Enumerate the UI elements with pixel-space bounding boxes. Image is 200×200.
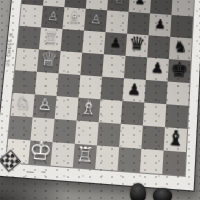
- square-f6: ♛: [126, 34, 149, 58]
- black-pawn-g5: ♟: [151, 61, 165, 76]
- square-d2: [75, 121, 99, 146]
- square-c7: ♗: [63, 7, 86, 30]
- square-a6: [17, 26, 41, 50]
- white-rook-b6: ♖: [43, 30, 58, 46]
- square-f4: ♟: [122, 78, 145, 102]
- white-pawn-d7: ♙: [90, 13, 102, 26]
- board-frame: US CHESS ® ♘♟♙♗♙♟♖♟♛♞♕♟♚♟♘♙♗♝♔♖: [0, 0, 200, 191]
- square-a7: [20, 4, 44, 27]
- square-e7: [106, 10, 129, 33]
- white-bishop-d3: ♗: [79, 98, 98, 119]
- black-pawn-e6: ♟: [109, 36, 122, 50]
- square-b3: ♙: [33, 94, 57, 119]
- square-b5: ♕: [37, 49, 61, 73]
- frame-printing-mark: [26, 171, 34, 173]
- square-b6: ♖: [39, 27, 63, 51]
- black-pawn-f4: ♟: [127, 81, 142, 97]
- square-h1: [162, 150, 186, 175]
- square-g2: [141, 126, 165, 151]
- captured-black-piece: [130, 183, 146, 200]
- square-f1: [118, 147, 142, 172]
- square-d3: ♗: [77, 98, 101, 123]
- square-g4: [144, 80, 167, 104]
- square-h2: ♝: [164, 127, 187, 152]
- black-pawn-f8: ♟: [134, 0, 145, 7]
- square-d5: [80, 53, 103, 77]
- square-h3: [165, 104, 188, 129]
- square-e5: [102, 54, 125, 78]
- square-h4: [166, 81, 189, 105]
- square-g1: [140, 149, 164, 174]
- square-b4: [35, 72, 59, 96]
- square-g3: [143, 103, 166, 128]
- square-g6: [147, 35, 170, 59]
- square-b2: [30, 117, 54, 142]
- square-e2: [97, 122, 121, 147]
- square-c4: [57, 73, 81, 97]
- square-c3: [55, 96, 79, 121]
- square-c6: [61, 29, 84, 53]
- square-b7: ♙: [41, 6, 64, 29]
- white-knight-e8: ♘: [112, 0, 125, 6]
- square-f5: [124, 56, 147, 80]
- square-d1: ♖: [73, 144, 97, 169]
- white-queen-b5: ♕: [39, 50, 58, 70]
- chess-board-grid: ♘♟♙♗♙♟♖♟♛♞♕♟♚♟♘♙♗♝♔♖: [6, 0, 194, 176]
- square-a2: [8, 116, 32, 141]
- square-f2: [119, 124, 143, 149]
- captured-black-piece: [153, 188, 172, 200]
- black-king-h5: ♚: [170, 59, 189, 80]
- square-c1: [51, 142, 75, 167]
- white-knight-a3: ♘: [14, 94, 32, 113]
- square-f3: [121, 101, 145, 126]
- square-f7: [127, 12, 150, 35]
- square-a5: [15, 48, 39, 72]
- square-g5: ♟: [146, 57, 169, 81]
- square-c5: [59, 51, 83, 75]
- square-e4: [100, 77, 124, 101]
- frame-printing-mark: [41, 171, 45, 173]
- black-knight-h6: ♞: [173, 40, 188, 56]
- square-h6: ♞: [169, 37, 192, 61]
- black-bishop-h2: ♝: [166, 127, 186, 149]
- square-a4: [13, 70, 37, 94]
- white-rook-d1: ♖: [75, 144, 95, 166]
- white-king-b1: ♔: [28, 137, 53, 164]
- white-bishop-c7: ♗: [67, 10, 82, 26]
- square-h7: [170, 15, 193, 38]
- white-pawn-b7: ♙: [47, 10, 59, 23]
- square-e6: ♟: [104, 32, 127, 56]
- square-b1: ♔: [28, 140, 52, 165]
- square-h8: [171, 0, 194, 17]
- square-d7: ♙: [84, 9, 107, 32]
- black-pawn-g7: ♟: [154, 18, 166, 31]
- square-g7: ♟: [149, 13, 172, 36]
- square-d6: [82, 31, 105, 55]
- square-c2: [53, 119, 77, 144]
- square-e1: [95, 145, 119, 170]
- square-a3: ♘: [11, 93, 35, 118]
- chess-board-photo: US CHESS ® ♘♟♙♗♙♟♖♟♛♞♕♟♚♟♘♙♗♝♔♖: [0, 0, 200, 200]
- black-queen-f6: ♛: [128, 35, 146, 54]
- square-h5: ♚: [168, 59, 191, 83]
- white-pawn-b3: ♙: [37, 97, 53, 114]
- square-d4: [79, 75, 103, 99]
- square-e3: [99, 99, 123, 124]
